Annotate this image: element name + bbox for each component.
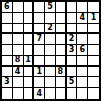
cell-r6c3-given[interactable]: 1 [24,56,35,67]
cell-r7c3[interactable] [24,67,35,78]
cell-r4c5[interactable] [45,34,56,45]
cell-r7c5[interactable] [45,67,56,78]
cell-r1c2[interactable] [13,2,24,13]
cell-r1c5-given[interactable]: 5 [45,2,56,13]
cell-r4c7-given[interactable]: 2 [67,34,78,45]
cell-r1c1-given[interactable]: 6 [2,2,13,13]
cell-r3c8[interactable] [77,24,88,35]
cell-r5c8-given[interactable]: 6 [77,45,88,56]
cell-r4c3[interactable] [24,34,35,45]
cell-r3c4[interactable] [34,24,45,35]
cell-r3c7[interactable] [67,24,78,35]
sudoku-board: 65412723681418354 [0,0,101,101]
cell-r5c5[interactable] [45,45,56,56]
cell-r9c9[interactable] [88,88,99,99]
cell-r3c9[interactable] [88,24,99,35]
cell-r6c1[interactable] [2,56,13,67]
cell-r7c2-given[interactable]: 4 [13,67,24,78]
cell-r8c6[interactable] [56,77,67,88]
cell-r8c7-given[interactable]: 5 [67,77,78,88]
cell-r3c6[interactable] [56,24,67,35]
cell-r2c1[interactable] [2,13,13,24]
cell-r3c1[interactable] [2,24,13,35]
cell-r9c2[interactable] [13,88,24,99]
cell-r8c8[interactable] [77,77,88,88]
cell-r4c9[interactable] [88,34,99,45]
cell-r3c2[interactable] [13,24,24,35]
cell-r2c2[interactable] [13,13,24,24]
cell-r6c9[interactable] [88,56,99,67]
cell-r6c7[interactable] [67,56,78,67]
cell-r6c8[interactable] [77,56,88,67]
cell-r5c7-given[interactable]: 3 [67,45,78,56]
cell-r6c5[interactable] [45,56,56,67]
cell-r8c4[interactable] [34,77,45,88]
cell-r6c6[interactable] [56,56,67,67]
cell-r9c6[interactable] [56,88,67,99]
cell-r5c3[interactable] [24,45,35,56]
cell-r1c7[interactable] [67,2,78,13]
cell-r4c4-given[interactable]: 7 [34,34,45,45]
cell-r8c9[interactable] [88,77,99,88]
cell-r2c9-given[interactable]: 1 [88,13,99,24]
cell-r5c4[interactable] [34,45,45,56]
cell-r4c2[interactable] [13,34,24,45]
cell-r7c9[interactable] [88,67,99,78]
cell-r4c1[interactable] [2,34,13,45]
cell-r9c3[interactable] [24,88,35,99]
cell-r2c5[interactable] [45,13,56,24]
cell-r9c1[interactable] [2,88,13,99]
cell-r1c4[interactable] [34,2,45,13]
cell-r6c2-given[interactable]: 8 [13,56,24,67]
cell-r4c6[interactable] [56,34,67,45]
cell-r1c3[interactable] [24,2,35,13]
cell-r8c1-given[interactable]: 3 [2,77,13,88]
cell-r2c8-given[interactable]: 4 [77,13,88,24]
cell-r7c1[interactable] [2,67,13,78]
cell-r2c3[interactable] [24,13,35,24]
cell-r2c7[interactable] [67,13,78,24]
cell-r9c7[interactable] [67,88,78,99]
cell-r5c1[interactable] [2,45,13,56]
cell-r7c4-given[interactable]: 1 [34,67,45,78]
cell-r1c8[interactable] [77,2,88,13]
cell-r9c8[interactable] [77,88,88,99]
cell-r5c6[interactable] [56,45,67,56]
cell-r9c5[interactable] [45,88,56,99]
cell-r2c4[interactable] [34,13,45,24]
cell-r8c3[interactable] [24,77,35,88]
cell-r7c8[interactable] [77,67,88,78]
cell-r7c7[interactable] [67,67,78,78]
cell-r3c3[interactable] [24,24,35,35]
cell-r8c5[interactable] [45,77,56,88]
cell-r2c6[interactable] [56,13,67,24]
cell-r6c4[interactable] [34,56,45,67]
cell-r3c5-given[interactable]: 2 [45,24,56,35]
cell-r7c6-given[interactable]: 8 [56,67,67,78]
cell-r8c2[interactable] [13,77,24,88]
cell-r5c2[interactable] [13,45,24,56]
cell-r5c9[interactable] [88,45,99,56]
cell-r1c9[interactable] [88,2,99,13]
cell-r1c6[interactable] [56,2,67,13]
cell-r9c4-given[interactable]: 4 [34,88,45,99]
cell-r4c8[interactable] [77,34,88,45]
